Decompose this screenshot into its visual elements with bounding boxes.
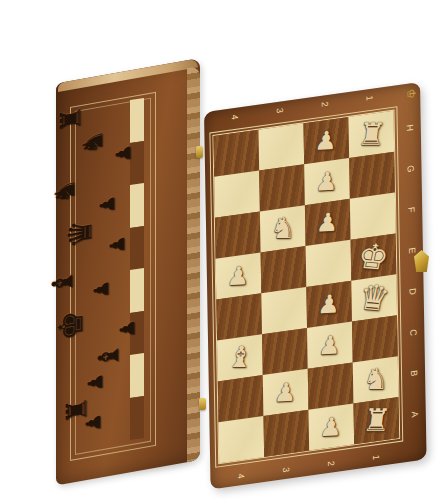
folding-board-right-half: 4321 ♟♜♟♞♟♟♚♟♛♝♟♟♞♟♜ HGFEDCBA 4321 ♔ [204, 82, 427, 489]
square-b2[interactable] [308, 362, 354, 409]
black-pawn-flap-6[interactable]: ♟ [107, 234, 127, 255]
file-label-d: D [393, 285, 434, 298]
square-c3[interactable] [262, 328, 308, 375]
chess-grid: ♟♜♟♞♟♟♚♟♛♝♟♟♞♟♜ [212, 110, 400, 465]
black-pawn-flap-2[interactable]: ♟ [113, 143, 133, 164]
brass-hinge-top [196, 146, 203, 158]
square-d4[interactable] [216, 293, 262, 340]
square-h3[interactable] [258, 123, 304, 170]
black-pawn-flap-10[interactable]: ♟ [117, 318, 137, 339]
square-c4[interactable]: ♝ [217, 334, 263, 381]
brand-crown-stamp: ♔ [405, 88, 418, 100]
square-g4[interactable] [214, 171, 260, 218]
black-knight-flap-3[interactable]: ♞ [51, 177, 78, 206]
black-queen-flap-5[interactable]: ♛ [64, 216, 96, 250]
file-label-h: H [390, 121, 431, 134]
file-label-g: G [390, 162, 431, 175]
square-h1[interactable]: ♜ [348, 111, 394, 158]
rank-label-bottom-3: 3 [281, 447, 292, 493]
square-b3[interactable]: ♟ [263, 369, 309, 416]
rank-labels-bottom: 4321 [218, 449, 398, 484]
white-pawn-e4[interactable]: ♟ [226, 263, 251, 289]
black-pawn-flap-12[interactable]: ♟ [85, 372, 105, 393]
square-g1[interactable] [349, 152, 395, 199]
white-knight-b1[interactable]: ♞ [361, 365, 390, 394]
white-pawn-g2[interactable]: ♟ [315, 169, 340, 195]
white-king-e1[interactable]: ♚ [355, 238, 392, 275]
black-bishop-flap-11[interactable]: ♝ [95, 341, 123, 371]
black-rook-flap-0[interactable]: ♜ [57, 104, 85, 134]
flap-plywood-top-edge [58, 58, 198, 92]
square-c2[interactable]: ♟ [307, 322, 353, 369]
square-d2[interactable]: ♟ [306, 281, 352, 328]
file-label-b: B [394, 367, 435, 380]
square-e2[interactable] [306, 240, 352, 287]
chess-set-photo: ♜♞♟♞♟♛♟♝♟♚♟♝♟♜♟ 4321 ♟♜♟♞♟♟♚♟♛♝♟♟♞♟♜ HGF… [0, 0, 448, 500]
black-king-flap-9[interactable]: ♚ [54, 308, 87, 343]
rank-label-bottom-4: 4 [236, 453, 247, 499]
white-knight-f3[interactable]: ♞ [268, 214, 297, 243]
rank-label-bottom-2: 2 [326, 440, 337, 486]
black-pawn-flap-8[interactable]: ♟ [91, 279, 111, 300]
square-e4[interactable]: ♟ [216, 252, 262, 299]
white-bishop-c4[interactable]: ♝ [225, 343, 254, 372]
square-h4[interactable] [213, 130, 259, 177]
square-g3[interactable] [259, 164, 305, 211]
black-pieces-flap: ♜♞♟♞♟♛♟♝♟♚♟♝♟♜♟ [56, 58, 200, 485]
square-d3[interactable] [261, 287, 307, 334]
white-pawn-d2[interactable]: ♟ [317, 291, 342, 317]
black-pawn-flap-4[interactable]: ♟ [97, 194, 117, 215]
file-label-c: C [393, 326, 434, 339]
square-f1[interactable] [350, 193, 396, 240]
black-pawn-flap-14[interactable]: ♟ [83, 412, 103, 433]
white-pawn-a2[interactable]: ♟ [319, 414, 344, 440]
white-pawn-f2[interactable]: ♟ [315, 209, 340, 235]
rank-label-bottom-1: 1 [371, 434, 382, 480]
square-d1[interactable]: ♛ [351, 274, 397, 321]
square-g2[interactable]: ♟ [304, 158, 350, 205]
square-b1[interactable]: ♞ [353, 356, 399, 403]
square-h2[interactable]: ♟ [303, 117, 349, 164]
white-rook-h1[interactable]: ♜ [356, 119, 387, 150]
black-bishop-flap-7[interactable]: ♝ [49, 267, 77, 297]
square-c1[interactable] [352, 315, 398, 362]
file-label-a: A [395, 408, 436, 421]
file-label-f: F [391, 203, 432, 216]
square-f3[interactable]: ♞ [260, 205, 306, 252]
white-pawn-c2[interactable]: ♟ [318, 332, 343, 358]
white-rook-a1[interactable]: ♜ [361, 405, 392, 436]
board-frame: 4321 ♟♜♟♞♟♟♚♟♛♝♟♟♞♟♜ HGFEDCBA 4321 ♔ [204, 82, 427, 489]
square-f2[interactable]: ♟ [305, 199, 351, 246]
white-pawn-h2[interactable]: ♟ [314, 128, 339, 154]
white-pawn-b3[interactable]: ♟ [273, 379, 298, 405]
brass-hinge-bottom [199, 398, 206, 410]
square-e1[interactable]: ♚ [351, 233, 397, 280]
black-knight-flap-1[interactable]: ♞ [79, 128, 106, 157]
square-b4[interactable] [218, 375, 264, 422]
square-f4[interactable] [215, 211, 261, 258]
white-queen-d1[interactable]: ♛ [356, 279, 393, 316]
square-e3[interactable] [261, 246, 307, 293]
